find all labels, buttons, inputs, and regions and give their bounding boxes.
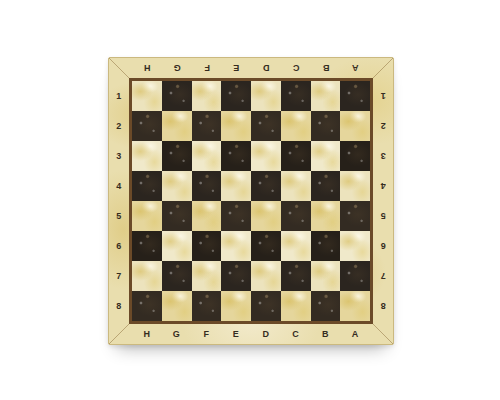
square-h3[interactable]	[132, 141, 162, 171]
square-h7[interactable]	[132, 261, 162, 291]
square-a8[interactable]	[340, 291, 370, 321]
file-label: H	[132, 324, 162, 344]
file-label: B	[311, 58, 341, 78]
square-c3[interactable]	[281, 141, 311, 171]
square-c1[interactable]	[281, 81, 311, 111]
square-h5[interactable]	[132, 201, 162, 231]
frame-miter-bottom-left	[109, 323, 130, 344]
square-e4[interactable]	[221, 171, 251, 201]
square-d2[interactable]	[251, 111, 281, 141]
square-e3[interactable]	[221, 141, 251, 171]
square-f1[interactable]	[192, 81, 222, 111]
square-a3[interactable]	[340, 141, 370, 171]
square-f4[interactable]	[192, 171, 222, 201]
square-f3[interactable]	[192, 141, 222, 171]
square-g8[interactable]	[162, 291, 192, 321]
square-b4[interactable]	[311, 171, 341, 201]
square-g7[interactable]	[162, 261, 192, 291]
file-label: E	[221, 58, 251, 78]
square-d7[interactable]	[251, 261, 281, 291]
square-f6[interactable]	[192, 231, 222, 261]
square-d6[interactable]	[251, 231, 281, 261]
square-d3[interactable]	[251, 141, 281, 171]
file-label: G	[162, 58, 192, 78]
rank-labels-left: 12345678	[109, 81, 129, 321]
square-d5[interactable]	[251, 201, 281, 231]
file-label: H	[132, 58, 162, 78]
square-h1[interactable]	[132, 81, 162, 111]
square-f5[interactable]	[192, 201, 222, 231]
square-e1[interactable]	[221, 81, 251, 111]
square-b3[interactable]	[311, 141, 341, 171]
square-a7[interactable]	[340, 261, 370, 291]
square-a1[interactable]	[340, 81, 370, 111]
square-c4[interactable]	[281, 171, 311, 201]
frame-miter-top-right	[372, 58, 393, 79]
file-label: C	[281, 58, 311, 78]
file-label: A	[340, 324, 370, 344]
square-b6[interactable]	[311, 231, 341, 261]
square-a4[interactable]	[340, 171, 370, 201]
file-label: F	[192, 58, 222, 78]
square-d1[interactable]	[251, 81, 281, 111]
board-inner-border	[129, 78, 373, 324]
square-c7[interactable]	[281, 261, 311, 291]
file-label: D	[251, 58, 281, 78]
rank-label: 2	[373, 111, 393, 141]
square-b1[interactable]	[311, 81, 341, 111]
square-h2[interactable]	[132, 111, 162, 141]
rank-labels-right: 12345678	[373, 81, 393, 321]
square-d4[interactable]	[251, 171, 281, 201]
square-f7[interactable]	[192, 261, 222, 291]
square-h4[interactable]	[132, 171, 162, 201]
rank-label: 8	[373, 291, 393, 321]
square-f2[interactable]	[192, 111, 222, 141]
rank-label: 2	[109, 111, 129, 141]
rank-label: 7	[109, 261, 129, 291]
square-e8[interactable]	[221, 291, 251, 321]
rank-label: 3	[109, 141, 129, 171]
file-labels-top: HGFEDCBA	[132, 58, 370, 78]
frame-miter-bottom-right	[372, 323, 393, 344]
rank-label: 4	[373, 171, 393, 201]
square-g5[interactable]	[162, 201, 192, 231]
file-label: B	[311, 324, 341, 344]
square-f8[interactable]	[192, 291, 222, 321]
rank-label: 7	[373, 261, 393, 291]
file-labels-bottom: HGFEDCBA	[132, 324, 370, 344]
square-a2[interactable]	[340, 111, 370, 141]
square-c6[interactable]	[281, 231, 311, 261]
rank-label: 8	[109, 291, 129, 321]
file-label: A	[340, 58, 370, 78]
square-e6[interactable]	[221, 231, 251, 261]
square-b8[interactable]	[311, 291, 341, 321]
square-g3[interactable]	[162, 141, 192, 171]
file-label: D	[251, 324, 281, 344]
rank-label: 1	[373, 81, 393, 111]
square-a5[interactable]	[340, 201, 370, 231]
board-grid	[132, 81, 370, 321]
file-label: G	[162, 324, 192, 344]
file-label: C	[281, 324, 311, 344]
square-b2[interactable]	[311, 111, 341, 141]
rank-label: 6	[109, 231, 129, 261]
file-label: F	[192, 324, 222, 344]
rank-label: 4	[109, 171, 129, 201]
square-e7[interactable]	[221, 261, 251, 291]
rank-label: 5	[373, 201, 393, 231]
square-h8[interactable]	[132, 291, 162, 321]
product-photo: HGFEDCBA HGFEDCBA 12345678 12345678	[0, 0, 500, 400]
rank-label: 1	[109, 81, 129, 111]
square-b7[interactable]	[311, 261, 341, 291]
square-c2[interactable]	[281, 111, 311, 141]
square-h6[interactable]	[132, 231, 162, 261]
chessboard: HGFEDCBA HGFEDCBA 12345678 12345678	[108, 57, 394, 345]
rank-label: 3	[373, 141, 393, 171]
square-b5[interactable]	[311, 201, 341, 231]
square-g1[interactable]	[162, 81, 192, 111]
square-e2[interactable]	[221, 111, 251, 141]
square-e5[interactable]	[221, 201, 251, 231]
file-label: E	[221, 324, 251, 344]
square-c8[interactable]	[281, 291, 311, 321]
square-g4[interactable]	[162, 171, 192, 201]
rank-label: 6	[373, 231, 393, 261]
square-g6[interactable]	[162, 231, 192, 261]
frame-miter-top-left	[109, 58, 130, 79]
square-d8[interactable]	[251, 291, 281, 321]
square-a6[interactable]	[340, 231, 370, 261]
rank-label: 5	[109, 201, 129, 231]
square-g2[interactable]	[162, 111, 192, 141]
square-c5[interactable]	[281, 201, 311, 231]
